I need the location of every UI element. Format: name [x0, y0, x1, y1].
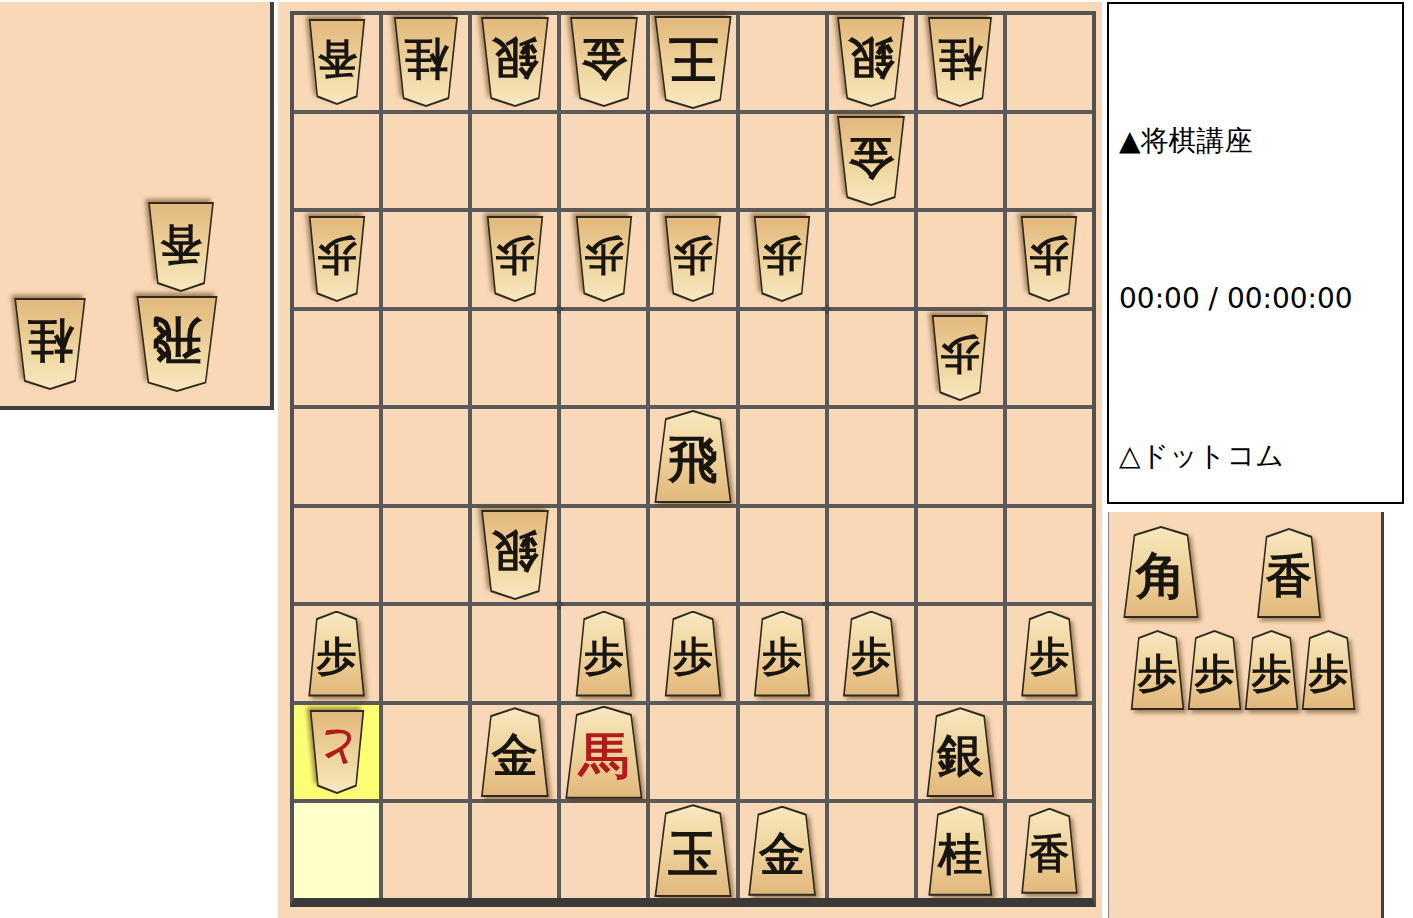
board-cell-8-5[interactable]: [383, 409, 468, 504]
board-cell-8-6[interactable]: [383, 508, 468, 603]
board-cell-6-4[interactable]: [561, 311, 646, 406]
piece-kanji: 香: [1255, 528, 1323, 618]
board-cell-4-2[interactable]: [740, 114, 825, 209]
piece-kanji: 歩: [574, 216, 634, 302]
board-cell-8-1[interactable]: 桂: [383, 15, 468, 110]
piece-kanji: 歩: [1243, 630, 1300, 710]
piece-kanji: 歩: [930, 315, 990, 401]
board-cell-9-3[interactable]: 歩: [294, 212, 379, 307]
shogi-board: 香桂銀金王銀桂金歩歩歩歩歩歩歩飛銀歩歩歩歩歩歩と金馬銀玉金桂香: [278, 2, 1102, 918]
board-cell-9-4[interactable]: [294, 311, 379, 406]
piece-sente-pawn[interactable]: 歩: [307, 611, 367, 697]
board-cell-1-3[interactable]: 歩: [1007, 212, 1092, 307]
piece-gote-pawn[interactable]: 歩: [1019, 216, 1079, 302]
board-cell-1-6[interactable]: [1007, 508, 1092, 603]
piece-gote-king[interactable]: 王: [652, 16, 734, 109]
piece-kanji: 歩: [663, 216, 723, 302]
piece-kanji: 歩: [307, 611, 367, 697]
piece-sente-silver[interactable]: 銀: [924, 707, 996, 797]
board-cell-7-7[interactable]: [472, 606, 557, 701]
piece-kanji: 金: [835, 116, 907, 206]
piece-sente-pawn[interactable]: 歩: [663, 611, 723, 697]
piece-sente-pawn[interactable]: 歩: [574, 611, 634, 697]
piece-kanji: 銀: [479, 510, 551, 600]
board-cell-4-8[interactable]: [740, 705, 825, 800]
board-cell-5-1[interactable]: 王: [650, 15, 735, 110]
board-cell-5-8[interactable]: [650, 705, 735, 800]
board-cell-4-1[interactable]: [740, 15, 825, 110]
board-cell-7-9[interactable]: [472, 803, 557, 898]
piece-kanji: 歩: [752, 216, 812, 302]
board-cell-5-5[interactable]: 飛: [650, 409, 735, 504]
gote-player-name: △ドットコム: [1119, 430, 1392, 483]
board-cell-8-7[interactable]: [383, 606, 468, 701]
board-cell-1-1[interactable]: [1007, 15, 1092, 110]
piece-kanji: 桂: [392, 17, 460, 107]
board-cell-7-4[interactable]: [472, 311, 557, 406]
board-cell-6-5[interactable]: [561, 409, 646, 504]
piece-gote-pawn[interactable]: 歩: [930, 315, 990, 401]
piece-sente-pawn[interactable]: 歩: [841, 611, 901, 697]
board-cell-3-5[interactable]: [829, 409, 914, 504]
piece-sente-lance[interactable]: 香: [1019, 808, 1079, 894]
piece-kanji: 歩: [1019, 611, 1079, 697]
piece-sente-pawn[interactable]: 歩: [1019, 611, 1079, 697]
piece-gote-gold[interactable]: 金: [835, 116, 907, 206]
board-cell-5-7[interactable]: 歩: [650, 606, 735, 701]
piece-sente-rook[interactable]: 飛: [652, 410, 734, 503]
piece-kanji: 銀: [479, 17, 551, 107]
piece-sente-pawn[interactable]: 歩: [1300, 630, 1357, 710]
board-cell-5-2[interactable]: [650, 114, 735, 209]
board-cell-3-4[interactable]: [829, 311, 914, 406]
board-cell-5-6[interactable]: [650, 508, 735, 603]
piece-kanji: 金: [479, 707, 551, 797]
sente-captured-tray: 角香歩歩歩歩: [1108, 512, 1384, 918]
board-cell-7-1[interactable]: 銀: [472, 15, 557, 110]
board-cell-1-8[interactable]: [1007, 705, 1092, 800]
piece-kanji: 歩: [574, 611, 634, 697]
piece-kanji: 歩: [1129, 630, 1186, 710]
piece-kanji: 馬: [563, 706, 645, 799]
board-cell-8-4[interactable]: [383, 311, 468, 406]
piece-gote-tokin-promoted[interactable]: と: [308, 710, 366, 794]
piece-kanji: 飛: [652, 410, 734, 503]
sente-player-name: ▲将棋講座: [1119, 115, 1392, 168]
piece-sente-king[interactable]: 玉: [652, 804, 734, 897]
piece-gote-pawn[interactable]: 歩: [752, 216, 812, 302]
board-cell-6-2[interactable]: [561, 114, 646, 209]
piece-gote-pawn[interactable]: 歩: [574, 216, 634, 302]
board-cell-1-2[interactable]: [1007, 114, 1092, 209]
board-cell-4-5[interactable]: [740, 409, 825, 504]
piece-sente-knight[interactable]: 桂: [926, 806, 994, 896]
piece-sente-bishop[interactable]: 角: [1121, 526, 1201, 618]
board-cell-2-5[interactable]: [918, 409, 1003, 504]
board-cell-6-6[interactable]: [561, 508, 646, 603]
board-cell-1-5[interactable]: [1007, 409, 1092, 504]
piece-sente-gold[interactable]: 金: [479, 707, 551, 797]
piece-kanji: 歩: [1019, 216, 1079, 302]
board-grid: 香桂銀金王銀桂金歩歩歩歩歩歩歩飛銀歩歩歩歩歩歩と金馬銀玉金桂香: [290, 11, 1096, 907]
board-cell-9-1[interactable]: 香: [294, 15, 379, 110]
board-cell-4-4[interactable]: [740, 311, 825, 406]
board-cell-7-6[interactable]: 銀: [472, 508, 557, 603]
board-cell-1-4[interactable]: [1007, 311, 1092, 406]
board-cell-2-4[interactable]: 歩: [918, 311, 1003, 406]
board-cell-5-9[interactable]: 玉: [650, 803, 735, 898]
piece-kanji: 歩: [841, 611, 901, 697]
board-cell-2-2[interactable]: [918, 114, 1003, 209]
piece-kanji: 角: [1121, 526, 1201, 618]
sente-clock: 00:00 / 00:00:00: [1119, 273, 1392, 326]
piece-kanji: 玉: [652, 804, 734, 897]
piece-kanji: 香: [1019, 808, 1079, 894]
piece-kanji: と: [308, 710, 366, 794]
board-cell-9-6[interactable]: [294, 508, 379, 603]
piece-kanji: 歩: [485, 216, 545, 302]
board-cell-6-3[interactable]: 歩: [561, 212, 646, 307]
piece-kanji: 桂: [12, 298, 88, 390]
piece-kanji: 王: [652, 16, 734, 109]
board-cell-9-7[interactable]: 歩: [294, 606, 379, 701]
board-cell-4-6[interactable]: [740, 508, 825, 603]
piece-gote-lance[interactable]: 香: [146, 202, 216, 292]
board-cell-8-2[interactable]: [383, 114, 468, 209]
piece-sente-pawn[interactable]: 歩: [1186, 630, 1243, 710]
piece-kanji: 金: [746, 806, 818, 896]
piece-gote-rook[interactable]: 飛: [134, 296, 220, 392]
piece-kanji: 歩: [1300, 630, 1357, 710]
board-cell-5-3[interactable]: 歩: [650, 212, 735, 307]
piece-gote-pawn[interactable]: 歩: [307, 216, 367, 302]
piece-gote-silver[interactable]: 銀: [479, 17, 551, 107]
board-cell-3-8[interactable]: [829, 705, 914, 800]
piece-sente-gold[interactable]: 金: [746, 806, 818, 896]
gote-captured-tray: 香桂飛: [0, 2, 274, 410]
board-cell-5-4[interactable]: [650, 311, 735, 406]
piece-kanji: 歩: [307, 216, 367, 302]
piece-gote-gold[interactable]: 金: [568, 17, 640, 107]
piece-gote-lance[interactable]: 香: [307, 19, 367, 105]
piece-sente-pawn[interactable]: 歩: [752, 611, 812, 697]
board-cell-7-2[interactable]: [472, 114, 557, 209]
game-info-panel: ▲将棋講座 00:00 / 00:00:00 △ドットコム 00:00 / 00…: [1107, 2, 1404, 504]
piece-kanji: 歩: [752, 611, 812, 697]
piece-gote-pawn[interactable]: 歩: [485, 216, 545, 302]
board-cell-9-5[interactable]: [294, 409, 379, 504]
board-cell-6-8[interactable]: 馬: [561, 705, 646, 800]
board-cell-4-3[interactable]: 歩: [740, 212, 825, 307]
piece-kanji: 飛: [134, 296, 220, 392]
board-cell-3-9[interactable]: [829, 803, 914, 898]
piece-gote-pawn[interactable]: 歩: [663, 216, 723, 302]
piece-kanji: 金: [568, 17, 640, 107]
board-cell-7-8[interactable]: 金: [472, 705, 557, 800]
piece-kanji: 桂: [926, 806, 994, 896]
board-cell-8-3[interactable]: [383, 212, 468, 307]
board-cell-3-3[interactable]: [829, 212, 914, 307]
board-cell-3-1[interactable]: 銀: [829, 15, 914, 110]
board-cell-7-3[interactable]: 歩: [472, 212, 557, 307]
board-cell-6-1[interactable]: 金: [561, 15, 646, 110]
board-cell-2-1[interactable]: 桂: [918, 15, 1003, 110]
board-cell-2-9[interactable]: 桂: [918, 803, 1003, 898]
piece-gote-silver[interactable]: 銀: [835, 17, 907, 107]
piece-sente-pawn[interactable]: 歩: [1243, 630, 1300, 710]
board-cell-4-7[interactable]: 歩: [740, 606, 825, 701]
board-cell-9-8[interactable]: と: [294, 705, 379, 800]
board-cell-2-8[interactable]: 銀: [918, 705, 1003, 800]
board-cell-6-7[interactable]: 歩: [561, 606, 646, 701]
piece-gote-knight[interactable]: 桂: [12, 298, 88, 390]
board-cell-9-9[interactable]: [294, 803, 379, 898]
piece-kanji: 香: [307, 19, 367, 105]
board-cell-3-2[interactable]: 金: [829, 114, 914, 209]
board-cell-7-5[interactable]: [472, 409, 557, 504]
piece-kanji: 歩: [663, 611, 723, 697]
piece-kanji: 香: [146, 202, 216, 292]
piece-kanji: 歩: [1186, 630, 1243, 710]
piece-gote-knight[interactable]: 桂: [392, 17, 460, 107]
board-cell-4-9[interactable]: 金: [740, 803, 825, 898]
board-cell-9-2[interactable]: [294, 114, 379, 209]
piece-gote-silver[interactable]: 銀: [479, 510, 551, 600]
board-cell-2-3[interactable]: [918, 212, 1003, 307]
board-cell-2-6[interactable]: [918, 508, 1003, 603]
piece-kanji: 銀: [924, 707, 996, 797]
piece-sente-pawn[interactable]: 歩: [1129, 630, 1186, 710]
board-cell-1-7[interactable]: 歩: [1007, 606, 1092, 701]
board-cell-1-9[interactable]: 香: [1007, 803, 1092, 898]
piece-kanji: 桂: [926, 17, 994, 107]
board-cell-6-9[interactable]: [561, 803, 646, 898]
board-cell-8-8[interactable]: [383, 705, 468, 800]
piece-sente-lance[interactable]: 香: [1255, 528, 1323, 618]
board-cell-3-7[interactable]: 歩: [829, 606, 914, 701]
board-cell-8-9[interactable]: [383, 803, 468, 898]
board-cell-3-6[interactable]: [829, 508, 914, 603]
piece-sente-horse-promoted[interactable]: 馬: [563, 706, 645, 799]
board-cell-2-7[interactable]: [918, 606, 1003, 701]
piece-kanji: 銀: [835, 17, 907, 107]
piece-gote-knight[interactable]: 桂: [926, 17, 994, 107]
